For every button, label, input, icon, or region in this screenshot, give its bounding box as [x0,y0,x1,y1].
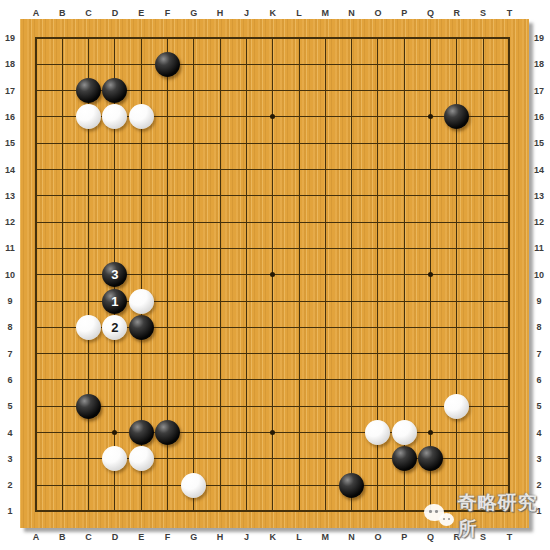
watermark: 奇略研究所 [424,502,550,530]
go-stone-black-C17 [76,78,101,103]
column-label: A [33,8,40,18]
go-stone-black-F4 [155,420,180,445]
column-label: P [401,532,407,542]
column-label: K [269,8,276,18]
row-label: 16 [534,112,544,122]
move-number-label: 1 [111,295,118,308]
star-point [428,272,433,277]
move-number-label: 3 [111,268,118,281]
go-stone-white-G2 [181,473,206,498]
row-label: 13 [5,191,15,201]
column-label: L [296,8,302,18]
go-board: 312 [20,19,529,528]
star-point [428,430,433,435]
column-label: Q [427,532,434,542]
row-label: 5 [7,401,12,411]
column-label: H [217,8,224,18]
go-stone-white-E9 [129,289,154,314]
column-label: B [59,8,66,18]
column-label: N [348,532,355,542]
go-stone-black-P3 [392,446,417,471]
grid-line-vertical [299,37,300,512]
column-label: G [190,8,197,18]
row-label: 15 [5,138,15,148]
column-label: R [454,8,461,18]
row-label: 13 [534,191,544,201]
row-label: 15 [534,138,544,148]
go-stone-white-P4 [392,420,417,445]
column-label: K [269,532,276,542]
row-label: 6 [536,375,541,385]
go-stone-white-D8: 2 [102,315,127,340]
row-label: 19 [5,33,15,43]
row-label: 19 [534,33,544,43]
row-label: 3 [536,454,541,464]
grid-line-horizontal [35,406,510,407]
column-label: D [112,532,119,542]
column-label: O [374,8,381,18]
column-label: Q [427,8,434,18]
column-label: P [401,8,407,18]
column-label: O [374,532,381,542]
star-point [112,430,117,435]
grid-line-vertical [508,37,510,512]
row-label: 10 [534,270,544,280]
column-label: T [507,8,513,18]
row-label: 9 [536,296,541,306]
row-label: 18 [5,59,15,69]
star-point [428,114,433,119]
column-label: E [138,8,144,18]
go-stone-black-Q3 [418,446,443,471]
star-point [270,430,275,435]
row-label: 14 [5,165,15,175]
column-label: A [33,532,40,542]
column-label: E [138,532,144,542]
row-label: 14 [534,165,544,175]
go-stone-white-O4 [365,420,390,445]
column-label: S [480,8,486,18]
go-stone-black-C5 [76,394,101,419]
grid-line-vertical [325,37,326,512]
row-label: 16 [5,112,15,122]
wechat-icon [424,503,453,529]
column-label: G [190,532,197,542]
move-number-label: 2 [111,321,118,334]
go-stone-black-D17 [102,78,127,103]
row-label: 12 [534,217,544,227]
row-label: 8 [536,322,541,332]
go-stone-white-D3 [102,446,127,471]
row-label: 10 [5,270,15,280]
grid-line-horizontal [35,379,510,380]
row-label: 18 [534,59,544,69]
row-label: 6 [7,375,12,385]
column-label: C [85,8,92,18]
row-label: 4 [536,428,541,438]
star-point [270,114,275,119]
column-label: H [217,532,224,542]
go-stone-black-R16 [444,104,469,129]
go-stone-white-E16 [129,104,154,129]
go-stone-black-E4 [129,420,154,445]
column-label: F [165,532,171,542]
go-stone-white-D16 [102,104,127,129]
row-label: 7 [536,349,541,359]
column-label: F [165,8,171,18]
go-stone-black-D9: 1 [102,289,127,314]
column-label: L [296,532,302,542]
row-label: 4 [7,428,12,438]
star-point [270,272,275,277]
column-label: B [59,532,66,542]
go-diagram: 312 ABCDEFGHJKLMNOPQRST ABCDEFGHJKLMNOPQ… [0,0,550,550]
row-label: 5 [536,401,541,411]
go-stone-black-E8 [129,315,154,340]
go-stone-black-D10: 3 [102,262,127,287]
row-label: 9 [7,296,12,306]
column-label: C [85,532,92,542]
column-label: J [244,532,249,542]
row-label: 8 [7,322,12,332]
row-label: 17 [534,86,544,96]
row-label: 1 [7,506,12,516]
column-label: N [348,8,355,18]
go-stone-white-C8 [76,315,101,340]
grid-line-vertical [351,37,352,512]
row-label: 3 [7,454,12,464]
go-stone-black-F18 [155,52,180,77]
row-label: 11 [534,243,544,253]
go-stone-black-N2 [339,473,364,498]
row-label: 11 [5,243,15,253]
grid-line-horizontal [35,485,510,486]
go-stone-white-E3 [129,446,154,471]
row-label: 2 [536,480,541,490]
column-label: D [112,8,119,18]
go-stone-white-C16 [76,104,101,129]
grid-line-vertical [483,37,484,512]
watermark-text: 奇略研究所 [458,490,550,542]
row-label: 7 [7,349,12,359]
column-label: M [322,8,330,18]
go-stone-white-R5 [444,394,469,419]
column-label: J [244,8,249,18]
row-label: 12 [5,217,15,227]
grid-line-horizontal [35,353,510,354]
column-label: M [322,532,330,542]
row-label: 17 [5,86,15,96]
row-label: 2 [7,480,12,490]
